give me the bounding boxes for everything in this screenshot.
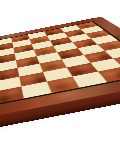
- photo-stage: [0, 0, 120, 144]
- board-rotation-wrap: [0, 0, 120, 144]
- board-perspective-wrap: [0, 0, 120, 144]
- chess-board: [0, 17, 120, 132]
